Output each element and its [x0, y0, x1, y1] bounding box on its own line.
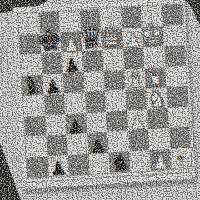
square-b7[interactable]: ♚ — [40, 32, 62, 54]
square-g4[interactable]: ♞ — [146, 87, 168, 109]
piece-black-bishop[interactable]: ♝ — [18, 72, 44, 100]
square-e5[interactable] — [104, 69, 126, 91]
square-d3[interactable] — [86, 111, 108, 133]
square-c1[interactable] — [68, 154, 90, 176]
square-e4[interactable] — [105, 90, 127, 112]
square-g7[interactable]: ♚ — [142, 26, 164, 48]
square-d2[interactable]: ♟ — [87, 132, 109, 154]
piece-black-king[interactable]: ♚ — [34, 24, 64, 57]
chess-board: ♚♟♛♛♟♚♟♝♟♝♜♞♟♟♟♟♞♟◈ ⋮⋮⋮ — [13, 0, 196, 191]
square-g2[interactable] — [148, 128, 170, 150]
square-a3[interactable] — [24, 115, 46, 137]
square-c3[interactable]: ♟ — [65, 113, 87, 135]
square-e3[interactable] — [106, 110, 128, 132]
square-g1[interactable]: ♟ — [149, 149, 171, 171]
photo-scene: ♚♟♛♛♟♚♟♝♟♝♜♞♟♟♟♟♞♟◈ ⋮⋮⋮ — [0, 0, 200, 200]
piece-white-king[interactable]: ♚ — [138, 19, 167, 50]
piece-white-knight[interactable]: ♞ — [147, 87, 168, 110]
square-h3[interactable] — [167, 106, 189, 128]
square-c4[interactable] — [64, 92, 86, 114]
emblem-text-smudge — [177, 164, 186, 166]
piece-black-pawn[interactable]: ♟ — [66, 116, 85, 137]
square-a2[interactable] — [25, 136, 47, 158]
square-a1[interactable] — [27, 156, 49, 178]
square-b5[interactable]: ♟ — [42, 73, 64, 95]
piece-black-pawn[interactable]: ♟ — [43, 76, 63, 97]
square-h8[interactable] — [161, 4, 183, 26]
piece-white-pawn[interactable]: ♟ — [128, 113, 146, 133]
piece-white-queen[interactable]: ♛ — [98, 23, 125, 52]
piece-black-knight[interactable]: ♞ — [110, 151, 132, 175]
square-b1[interactable]: ♟ — [47, 155, 69, 177]
square-f1[interactable] — [129, 150, 151, 172]
square-e1[interactable]: ♞ — [109, 151, 131, 173]
square-h1[interactable]: ◈ — [170, 147, 192, 169]
board-squares: ♚♟♛♛♟♚♟♝♟♝♜♞♟♟♟♟♞♟◈ — [17, 3, 193, 179]
square-f5[interactable]: ♝ — [124, 68, 146, 90]
square-d4[interactable] — [84, 91, 106, 113]
square-h2[interactable] — [169, 127, 191, 149]
piece-white-bishop[interactable]: ♝ — [124, 67, 146, 92]
square-f3[interactable]: ♟ — [127, 109, 149, 131]
piece-white-pawn[interactable]: ♟ — [152, 152, 170, 171]
piece-black-pawn[interactable]: ♟ — [49, 158, 68, 179]
square-d5[interactable] — [83, 70, 105, 92]
piece-black-pawn[interactable]: ♟ — [88, 135, 107, 156]
square-b3[interactable] — [45, 114, 67, 136]
square-a5[interactable]: ♝ — [22, 74, 44, 96]
square-e7[interactable]: ♛ — [101, 28, 123, 50]
background-shadow-bottom-left — [0, 143, 21, 200]
board-emblem: ◈ — [176, 150, 185, 163]
square-b2[interactable] — [46, 134, 68, 156]
piece-black-pawn[interactable]: ♟ — [62, 55, 81, 76]
